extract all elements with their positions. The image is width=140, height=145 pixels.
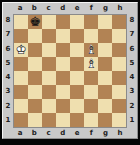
square-b8[interactable]: ♚ <box>28 15 42 29</box>
piece-white-king-a6[interactable]: ♚♔ <box>14 43 28 57</box>
square-d1[interactable] <box>56 113 70 127</box>
square-c6[interactable] <box>42 43 56 57</box>
rank-label-7: 7 <box>3 28 13 42</box>
square-f4[interactable] <box>84 71 98 85</box>
square-h6[interactable] <box>112 43 126 57</box>
square-e6[interactable] <box>70 43 84 57</box>
square-e4[interactable] <box>70 71 84 85</box>
square-b6[interactable] <box>28 43 42 57</box>
file-label-d: d <box>56 128 70 139</box>
square-b1[interactable] <box>28 113 42 127</box>
file-label-c: c <box>42 128 56 139</box>
square-e2[interactable] <box>70 99 84 113</box>
file-label-f: f <box>84 128 98 139</box>
rank-label-6: 6 <box>127 42 137 56</box>
square-a4[interactable] <box>14 71 28 85</box>
square-g7[interactable] <box>98 29 112 43</box>
rank-label-4: 4 <box>3 71 13 85</box>
piece-black-king-b8[interactable]: ♚ <box>28 15 42 29</box>
file-label-h: h <box>113 128 127 139</box>
square-c3[interactable] <box>42 85 56 99</box>
square-g6[interactable] <box>98 43 112 57</box>
chess-diagram: abcdefgh 87654321 ♚♚♔♝♗♝♗ 87654321 abcde… <box>0 0 140 145</box>
square-g1[interactable] <box>98 113 112 127</box>
board-squares: ♚♚♔♝♗♝♗ <box>13 14 127 128</box>
file-label-c: c <box>42 3 56 14</box>
square-e7[interactable] <box>70 29 84 43</box>
square-a5[interactable] <box>14 57 28 71</box>
square-d4[interactable] <box>56 71 70 85</box>
square-h8[interactable] <box>112 15 126 29</box>
square-g2[interactable] <box>98 99 112 113</box>
square-e3[interactable] <box>70 85 84 99</box>
piece-white-bishop-f6[interactable]: ♝♗ <box>84 43 98 57</box>
square-e1[interactable] <box>70 113 84 127</box>
rank-label-5: 5 <box>3 56 13 70</box>
square-d6[interactable] <box>56 43 70 57</box>
rank-label-7: 7 <box>127 28 137 42</box>
square-f6[interactable]: ♝♗ <box>84 43 98 57</box>
square-d2[interactable] <box>56 99 70 113</box>
file-label-b: b <box>27 3 41 14</box>
square-d8[interactable] <box>56 15 70 29</box>
square-g4[interactable] <box>98 71 112 85</box>
rank-label-8: 8 <box>3 14 13 28</box>
square-f5[interactable]: ♝♗ <box>84 57 98 71</box>
file-label-e: e <box>70 3 84 14</box>
file-label-h: h <box>113 3 127 14</box>
rank-label-5: 5 <box>127 56 137 70</box>
rank-label-4: 4 <box>127 71 137 85</box>
square-c8[interactable] <box>42 15 56 29</box>
rank-label-2: 2 <box>3 99 13 113</box>
rank-label-8: 8 <box>127 14 137 28</box>
rank-label-3: 3 <box>127 85 137 99</box>
rank-labels-left: 87654321 <box>3 14 13 128</box>
square-a3[interactable] <box>14 85 28 99</box>
rank-label-1: 1 <box>3 113 13 127</box>
square-h2[interactable] <box>112 99 126 113</box>
file-label-e: e <box>70 128 84 139</box>
square-h5[interactable] <box>112 57 126 71</box>
square-f8[interactable] <box>84 15 98 29</box>
square-b5[interactable] <box>28 57 42 71</box>
rank-label-2: 2 <box>127 99 137 113</box>
square-c2[interactable] <box>42 99 56 113</box>
square-b3[interactable] <box>28 85 42 99</box>
square-b7[interactable] <box>28 29 42 43</box>
square-d3[interactable] <box>56 85 70 99</box>
square-h1[interactable] <box>112 113 126 127</box>
piece-white-bishop-f5[interactable]: ♝♗ <box>84 57 98 71</box>
square-f7[interactable] <box>84 29 98 43</box>
file-label-g: g <box>99 3 113 14</box>
rank-label-6: 6 <box>3 42 13 56</box>
rank-label-3: 3 <box>3 85 13 99</box>
square-b2[interactable] <box>28 99 42 113</box>
file-label-a: a <box>13 3 27 14</box>
square-b4[interactable] <box>28 71 42 85</box>
square-e8[interactable] <box>70 15 84 29</box>
square-c1[interactable] <box>42 113 56 127</box>
square-g8[interactable] <box>98 15 112 29</box>
square-a2[interactable] <box>14 99 28 113</box>
square-a6[interactable]: ♚♔ <box>14 43 28 57</box>
rank-labels-right: 87654321 <box>127 14 137 128</box>
file-label-g: g <box>99 128 113 139</box>
file-label-a: a <box>13 128 27 139</box>
square-h7[interactable] <box>112 29 126 43</box>
file-label-b: b <box>27 128 41 139</box>
file-label-f: f <box>84 3 98 14</box>
square-f3[interactable] <box>84 85 98 99</box>
square-d7[interactable] <box>56 29 70 43</box>
square-a1[interactable] <box>14 113 28 127</box>
square-h4[interactable] <box>112 71 126 85</box>
square-c4[interactable] <box>42 71 56 85</box>
square-d5[interactable] <box>56 57 70 71</box>
square-g5[interactable] <box>98 57 112 71</box>
board-area: abcdefgh 87654321 ♚♚♔♝♗♝♗ 87654321 abcde… <box>3 3 137 139</box>
square-g3[interactable] <box>98 85 112 99</box>
square-f1[interactable] <box>84 113 98 127</box>
square-h3[interactable] <box>112 85 126 99</box>
file-labels-top: abcdefgh <box>13 3 127 14</box>
file-label-d: d <box>56 3 70 14</box>
square-e5[interactable] <box>70 57 84 71</box>
square-c5[interactable] <box>42 57 56 71</box>
square-a8[interactable] <box>14 15 28 29</box>
square-c7[interactable] <box>42 29 56 43</box>
file-labels-bottom: abcdefgh <box>13 128 127 139</box>
rank-label-1: 1 <box>127 113 137 127</box>
square-a7[interactable] <box>14 29 28 43</box>
square-f2[interactable] <box>84 99 98 113</box>
board-border: abcdefgh 87654321 ♚♚♔♝♗♝♗ 87654321 abcde… <box>2 2 138 139</box>
